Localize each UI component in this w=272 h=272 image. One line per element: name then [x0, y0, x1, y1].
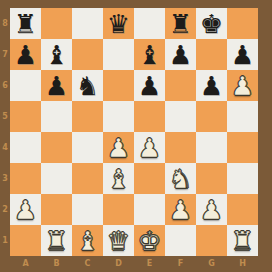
black-pawn-icon[interactable]: ♟: [231, 42, 254, 68]
square-a7[interactable]: ♟: [10, 39, 41, 70]
square-g1[interactable]: [196, 225, 227, 256]
file-label-e: E: [134, 256, 165, 270]
square-h3[interactable]: [227, 163, 258, 194]
black-pawn-icon[interactable]: ♟: [169, 42, 192, 68]
black-queen-icon[interactable]: ♛: [107, 11, 130, 37]
white-king-icon[interactable]: ♚: [138, 228, 161, 254]
square-g2[interactable]: ♟: [196, 194, 227, 225]
file-label-c: C: [72, 256, 103, 270]
square-g7[interactable]: [196, 39, 227, 70]
white-pawn-icon[interactable]: ♟: [169, 197, 192, 223]
square-g6[interactable]: ♟: [196, 70, 227, 101]
black-pawn-icon[interactable]: ♟: [200, 73, 223, 99]
square-e5[interactable]: [134, 101, 165, 132]
file-label-a: A: [10, 256, 41, 270]
square-b7[interactable]: ♝: [41, 39, 72, 70]
square-d6[interactable]: [103, 70, 134, 101]
file-label-h: H: [227, 256, 258, 270]
rank-label-4: 4: [0, 132, 10, 163]
square-f2[interactable]: ♟: [165, 194, 196, 225]
square-c2[interactable]: [72, 194, 103, 225]
square-a4[interactable]: [10, 132, 41, 163]
black-king-icon[interactable]: ♚: [200, 11, 223, 37]
square-d4[interactable]: ♟: [103, 132, 134, 163]
square-d3[interactable]: ♝: [103, 163, 134, 194]
square-a6[interactable]: [10, 70, 41, 101]
square-b5[interactable]: [41, 101, 72, 132]
square-c7[interactable]: [72, 39, 103, 70]
black-pawn-icon[interactable]: ♟: [138, 73, 161, 99]
square-d7[interactable]: [103, 39, 134, 70]
square-b8[interactable]: [41, 8, 72, 39]
square-c5[interactable]: [72, 101, 103, 132]
square-c8[interactable]: [72, 8, 103, 39]
square-h1[interactable]: ♜: [227, 225, 258, 256]
square-b4[interactable]: [41, 132, 72, 163]
square-g5[interactable]: [196, 101, 227, 132]
square-f1[interactable]: [165, 225, 196, 256]
black-pawn-icon[interactable]: ♟: [14, 42, 37, 68]
rank-label-1: 1: [0, 225, 10, 256]
rank-label-7: 7: [0, 39, 10, 70]
file-label-g: G: [196, 256, 227, 270]
black-bishop-icon[interactable]: ♝: [45, 42, 68, 68]
rank-label-6: 6: [0, 70, 10, 101]
square-e4[interactable]: ♟: [134, 132, 165, 163]
chess-board-frame: ♜♛♜♚♟♝♝♟♟♟♞♟♟♟♟♟♝♞♟♟♟♜♝♛♚♜ 87654321 ABCD…: [0, 0, 272, 272]
white-pawn-icon[interactable]: ♟: [14, 197, 37, 223]
white-pawn-icon[interactable]: ♟: [200, 197, 223, 223]
square-a3[interactable]: [10, 163, 41, 194]
black-rook-icon[interactable]: ♜: [169, 11, 192, 37]
square-a5[interactable]: [10, 101, 41, 132]
square-h8[interactable]: [227, 8, 258, 39]
square-h4[interactable]: [227, 132, 258, 163]
square-a2[interactable]: ♟: [10, 194, 41, 225]
square-g4[interactable]: [196, 132, 227, 163]
square-e6[interactable]: ♟: [134, 70, 165, 101]
square-e2[interactable]: [134, 194, 165, 225]
square-f5[interactable]: [165, 101, 196, 132]
black-rook-icon[interactable]: ♜: [14, 11, 37, 37]
square-c1[interactable]: ♝: [72, 225, 103, 256]
square-c4[interactable]: [72, 132, 103, 163]
square-e1[interactable]: ♚: [134, 225, 165, 256]
white-knight-icon[interactable]: ♞: [169, 166, 192, 192]
square-b6[interactable]: ♟: [41, 70, 72, 101]
square-b1[interactable]: ♜: [41, 225, 72, 256]
square-f6[interactable]: [165, 70, 196, 101]
square-f7[interactable]: ♟: [165, 39, 196, 70]
black-pawn-icon[interactable]: ♟: [45, 73, 68, 99]
square-g8[interactable]: ♚: [196, 8, 227, 39]
square-e7[interactable]: ♝: [134, 39, 165, 70]
square-c3[interactable]: [72, 163, 103, 194]
square-d5[interactable]: [103, 101, 134, 132]
square-c6[interactable]: ♞: [72, 70, 103, 101]
square-h6[interactable]: ♟: [227, 70, 258, 101]
square-d1[interactable]: ♛: [103, 225, 134, 256]
rank-label-2: 2: [0, 194, 10, 225]
white-queen-icon[interactable]: ♛: [107, 228, 130, 254]
square-h2[interactable]: [227, 194, 258, 225]
white-bishop-icon[interactable]: ♝: [76, 228, 99, 254]
white-pawn-icon[interactable]: ♟: [231, 73, 254, 99]
square-d2[interactable]: [103, 194, 134, 225]
square-f8[interactable]: ♜: [165, 8, 196, 39]
square-h7[interactable]: ♟: [227, 39, 258, 70]
square-b3[interactable]: [41, 163, 72, 194]
white-bishop-icon[interactable]: ♝: [107, 166, 130, 192]
square-a1[interactable]: [10, 225, 41, 256]
white-pawn-icon[interactable]: ♟: [138, 135, 161, 161]
square-g3[interactable]: [196, 163, 227, 194]
file-label-b: B: [41, 256, 72, 270]
square-f4[interactable]: [165, 132, 196, 163]
square-e3[interactable]: [134, 163, 165, 194]
black-knight-icon[interactable]: ♞: [76, 73, 99, 99]
chess-board: ♜♛♜♚♟♝♝♟♟♟♞♟♟♟♟♟♝♞♟♟♟♜♝♛♚♜: [10, 8, 258, 256]
square-h5[interactable]: [227, 101, 258, 132]
square-e8[interactable]: [134, 8, 165, 39]
rank-label-5: 5: [0, 101, 10, 132]
square-a8[interactable]: ♜: [10, 8, 41, 39]
file-label-f: F: [165, 256, 196, 270]
white-rook-icon[interactable]: ♜: [45, 228, 68, 254]
white-rook-icon[interactable]: ♜: [231, 228, 254, 254]
rank-label-8: 8: [0, 8, 10, 39]
square-b2[interactable]: [41, 194, 72, 225]
rank-label-3: 3: [0, 163, 10, 194]
square-f3[interactable]: ♞: [165, 163, 196, 194]
square-d8[interactable]: ♛: [103, 8, 134, 39]
black-bishop-icon[interactable]: ♝: [138, 42, 161, 68]
white-pawn-icon[interactable]: ♟: [107, 135, 130, 161]
file-label-d: D: [103, 256, 134, 270]
